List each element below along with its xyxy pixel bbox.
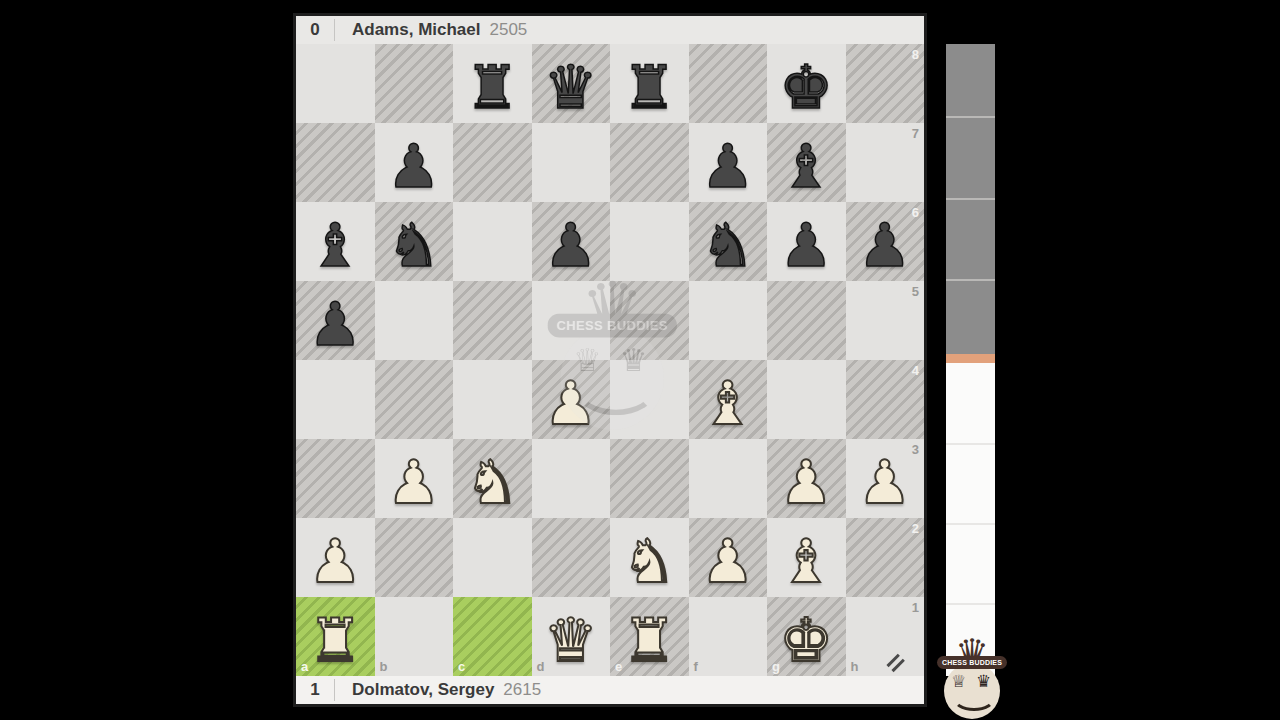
eval-tick xyxy=(946,443,995,445)
rank-label-6: 6 xyxy=(912,206,919,219)
square-b2[interactable] xyxy=(375,518,454,597)
file-label-d: d xyxy=(537,660,545,673)
rank-label-3: 3 xyxy=(912,443,919,456)
square-c7[interactable] xyxy=(453,123,532,202)
black-pawn-b7: ♟ xyxy=(375,123,454,202)
white-knight-c3: ♞ xyxy=(453,439,532,518)
white-bishop-f4: ♝ xyxy=(689,360,768,439)
square-a6[interactable]: ♝ xyxy=(296,202,375,281)
square-g3[interactable]: ♟ xyxy=(767,439,846,518)
square-a1[interactable]: ♜a xyxy=(296,597,375,676)
square-g4[interactable] xyxy=(767,360,846,439)
square-g7[interactable]: ♝ xyxy=(767,123,846,202)
square-e1[interactable]: ♜e xyxy=(610,597,689,676)
square-e8[interactable]: ♜ xyxy=(610,44,689,123)
white-pawn-b3: ♟ xyxy=(375,439,454,518)
evaluation-bar xyxy=(946,44,995,676)
square-b6[interactable]: ♞ xyxy=(375,202,454,281)
square-d2[interactable] xyxy=(532,518,611,597)
square-b3[interactable]: ♟ xyxy=(375,439,454,518)
square-e3[interactable] xyxy=(610,439,689,518)
file-label-g: g xyxy=(772,660,780,673)
eval-tick xyxy=(946,198,995,200)
chess-buddies-logo: ♛ ♕ ♛ CHESS BUDDIES xyxy=(940,639,1004,720)
square-g2[interactable]: ♝ xyxy=(767,518,846,597)
square-d4[interactable]: ♟ xyxy=(532,360,611,439)
eval-tick xyxy=(946,279,995,281)
rank-label-8: 8 xyxy=(912,48,919,61)
logo-face: ♕ ♛ xyxy=(944,663,1000,719)
top-player-bar: 0 Adams, Michael 2505 xyxy=(296,16,924,44)
black-bishop-g7: ♝ xyxy=(767,123,846,202)
bottom-player-bar: 1 Dolmatov, Sergey 2615 xyxy=(296,676,924,704)
page-background: 0 Adams, Michael 2505 ♜♛♜♚8♟♟♝7♝♞♟♞♟♟6♟5… xyxy=(0,0,1280,720)
square-e2[interactable]: ♞ xyxy=(610,518,689,597)
bottom-player-name: Dolmatov, Sergey xyxy=(352,680,494,700)
rank-label-7: 7 xyxy=(912,127,919,140)
square-f7[interactable]: ♟ xyxy=(689,123,768,202)
square-f4[interactable]: ♝ xyxy=(689,360,768,439)
square-g5[interactable] xyxy=(767,281,846,360)
square-h6[interactable]: ♟6 xyxy=(846,202,925,281)
black-queen-d8: ♛ xyxy=(532,44,611,123)
square-c4[interactable] xyxy=(453,360,532,439)
square-a8[interactable] xyxy=(296,44,375,123)
eval-tick xyxy=(946,523,995,525)
evaluation-marker xyxy=(946,354,995,363)
white-bishop-g2: ♝ xyxy=(767,518,846,597)
square-h5[interactable]: 5 xyxy=(846,281,925,360)
square-h4[interactable]: 4 xyxy=(846,360,925,439)
square-b4[interactable] xyxy=(375,360,454,439)
black-pawn-d6: ♟ xyxy=(532,202,611,281)
square-f3[interactable] xyxy=(689,439,768,518)
black-rook-e8: ♜ xyxy=(610,44,689,123)
square-h3[interactable]: ♟3 xyxy=(846,439,925,518)
square-h7[interactable]: 7 xyxy=(846,123,925,202)
board-resize-handle[interactable] xyxy=(884,650,906,672)
eval-tick xyxy=(946,603,995,605)
white-pawn-a2: ♟ xyxy=(296,518,375,597)
black-knight-b6: ♞ xyxy=(375,202,454,281)
black-pawn-g6: ♟ xyxy=(767,202,846,281)
chess-board[interactable]: ♜♛♜♚8♟♟♝7♝♞♟♞♟♟6♟5♟♝4♟♞♟♟3♟♞♟♝2♜abc♛d♜ef… xyxy=(296,44,924,676)
square-g1[interactable]: ♚g xyxy=(767,597,846,676)
rank-label-2: 2 xyxy=(912,522,919,535)
square-g6[interactable]: ♟ xyxy=(767,202,846,281)
smile-icon xyxy=(952,683,996,711)
file-label-f: f xyxy=(694,660,698,673)
square-e6[interactable] xyxy=(610,202,689,281)
square-h2[interactable]: 2 xyxy=(846,518,925,597)
square-b5[interactable] xyxy=(375,281,454,360)
square-c5[interactable] xyxy=(453,281,532,360)
file-label-c: c xyxy=(458,660,465,673)
square-e7[interactable] xyxy=(610,123,689,202)
black-rook-c8: ♜ xyxy=(453,44,532,123)
square-e4[interactable] xyxy=(610,360,689,439)
square-f6[interactable]: ♞ xyxy=(689,202,768,281)
bottom-player-namesec: Dolmatov, Sergey 2615 xyxy=(334,679,541,701)
square-f5[interactable] xyxy=(689,281,768,360)
square-c3[interactable]: ♞ xyxy=(453,439,532,518)
rank-label-5: 5 xyxy=(912,285,919,298)
black-king-g8: ♚ xyxy=(767,44,846,123)
top-player-namesec: Adams, Michael 2505 xyxy=(334,19,527,41)
black-pawn-f7: ♟ xyxy=(689,123,768,202)
square-e5[interactable] xyxy=(610,281,689,360)
black-knight-f6: ♞ xyxy=(689,202,768,281)
square-f8[interactable] xyxy=(689,44,768,123)
square-f2[interactable]: ♟ xyxy=(689,518,768,597)
square-g8[interactable]: ♚ xyxy=(767,44,846,123)
top-player-name: Adams, Michael xyxy=(352,20,481,40)
square-a3[interactable] xyxy=(296,439,375,518)
file-label-h: h xyxy=(851,660,859,673)
square-d6[interactable]: ♟ xyxy=(532,202,611,281)
square-b7[interactable]: ♟ xyxy=(375,123,454,202)
square-a4[interactable] xyxy=(296,360,375,439)
white-knight-e2: ♞ xyxy=(610,518,689,597)
black-pawn-a5: ♟ xyxy=(296,281,375,360)
top-player-score: 0 xyxy=(296,20,334,40)
bottom-player-rating: 2615 xyxy=(503,680,541,700)
square-a7[interactable] xyxy=(296,123,375,202)
square-a5[interactable]: ♟ xyxy=(296,281,375,360)
top-player-rating: 2505 xyxy=(490,20,528,40)
square-d1[interactable]: ♛d xyxy=(532,597,611,676)
file-label-a: a xyxy=(301,660,308,673)
square-c6[interactable] xyxy=(453,202,532,281)
eval-tick xyxy=(946,116,995,118)
square-a2[interactable]: ♟ xyxy=(296,518,375,597)
square-b1[interactable]: b xyxy=(375,597,454,676)
square-d5[interactable] xyxy=(532,281,611,360)
square-d8[interactable]: ♛ xyxy=(532,44,611,123)
white-pawn-d4: ♟ xyxy=(532,360,611,439)
square-b8[interactable] xyxy=(375,44,454,123)
file-label-e: e xyxy=(615,660,622,673)
square-c8[interactable]: ♜ xyxy=(453,44,532,123)
logo-banner: CHESS BUDDIES xyxy=(937,656,1007,669)
rank-label-1: 1 xyxy=(912,601,919,614)
square-c2[interactable] xyxy=(453,518,532,597)
square-h8[interactable]: 8 xyxy=(846,44,925,123)
file-label-b: b xyxy=(380,660,388,673)
white-pawn-f2: ♟ xyxy=(689,518,768,597)
square-c1[interactable]: c xyxy=(453,597,532,676)
square-d3[interactable] xyxy=(532,439,611,518)
square-f1[interactable]: f xyxy=(689,597,768,676)
white-pawn-g3: ♟ xyxy=(767,439,846,518)
rank-label-4: 4 xyxy=(912,364,919,377)
bottom-player-score: 1 xyxy=(296,680,334,700)
square-d7[interactable] xyxy=(532,123,611,202)
black-bishop-a6: ♝ xyxy=(296,202,375,281)
